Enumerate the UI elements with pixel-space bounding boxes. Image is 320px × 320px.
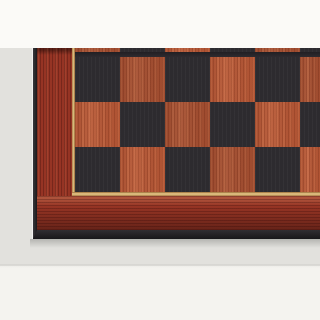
square xyxy=(165,52,210,102)
square xyxy=(120,52,165,102)
square xyxy=(75,147,120,192)
square xyxy=(210,147,255,192)
square xyxy=(300,147,320,192)
square xyxy=(210,102,255,147)
square xyxy=(255,102,300,147)
board-edge-bottom xyxy=(33,230,320,239)
square xyxy=(165,147,210,192)
square xyxy=(255,52,300,102)
square xyxy=(300,52,320,102)
board-frame-bottom xyxy=(37,196,320,230)
square xyxy=(120,102,165,147)
square xyxy=(300,102,320,147)
square xyxy=(165,102,210,147)
chess-board xyxy=(33,48,320,239)
playing-squares-grid xyxy=(75,48,320,192)
square xyxy=(255,147,300,192)
far-edge-stripe xyxy=(75,52,320,57)
background-surface-front xyxy=(0,266,320,320)
background-wall xyxy=(0,0,320,48)
square xyxy=(210,52,255,102)
board-shadow xyxy=(30,239,320,248)
square xyxy=(75,102,120,147)
board-edge-left xyxy=(33,48,37,239)
square xyxy=(75,52,120,102)
maple-inlay-horizontal xyxy=(72,192,320,196)
square xyxy=(120,147,165,192)
